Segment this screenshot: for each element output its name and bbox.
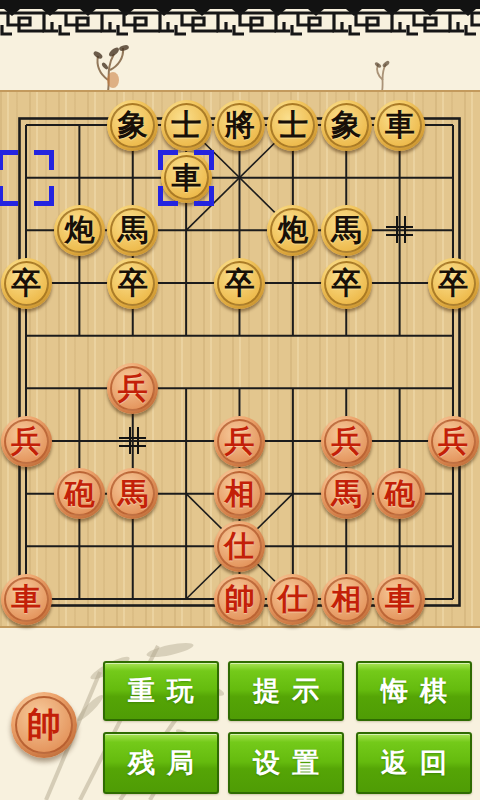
piece-red-horse[interactable]: 馬 [321,468,372,519]
piece-black-soldier[interactable]: 卒 [321,258,372,309]
piece-character: 馬 [324,471,369,516]
piece-character: 馬 [110,208,155,253]
piece-black-advisor[interactable]: 士 [267,100,318,151]
piece-character: 卒 [217,261,262,306]
piece-red-advisor[interactable]: 仕 [267,574,318,625]
piece-character: 仕 [270,577,315,622]
plant-decoration-left [80,40,138,92]
piece-character: 兵 [4,419,49,464]
last-move-cross-marker [387,217,413,243]
piece-character: 兵 [324,419,369,464]
piece-character: 士 [270,103,315,148]
piece-black-general[interactable]: 將 [214,100,265,151]
back-button-label: 返回 [381,745,459,781]
undo-button-label: 悔棋 [381,673,459,709]
endgame-button[interactable]: 残局 [103,732,219,794]
piece-character: 象 [110,103,155,148]
piece-character: 車 [377,577,422,622]
piece-character: 砲 [57,471,102,516]
app-logo-general-piece: 帥 [11,692,77,758]
back-button[interactable]: 返回 [356,732,472,794]
piece-red-rook[interactable]: 車 [374,574,425,625]
replay-button[interactable]: 重玩 [103,661,219,721]
logo-character: 帥 [15,696,73,754]
piece-red-cannon[interactable]: 砲 [54,468,105,519]
piece-character: 象 [324,103,369,148]
piece-red-general[interactable]: 帥 [214,574,265,625]
piece-character: 馬 [110,471,155,516]
piece-red-elephant[interactable]: 相 [321,574,372,625]
piece-character: 卒 [110,261,155,306]
hint-button[interactable]: 提示 [228,661,344,721]
piece-character: 兵 [431,419,476,464]
piece-character: 砲 [377,471,422,516]
xiangqi-board[interactable]: 象士將士象車車炮馬炮馬卒卒卒卒卒兵兵兵兵兵砲馬相馬砲仕車帥仕相車 [0,90,480,628]
piece-black-soldier[interactable]: 卒 [107,258,158,309]
piece-black-rook[interactable]: 車 [374,100,425,151]
piece-black-horse[interactable]: 馬 [321,205,372,256]
replay-button-label: 重玩 [128,673,206,709]
piece-black-horse[interactable]: 馬 [107,205,158,256]
piece-red-soldier[interactable]: 兵 [214,416,265,467]
piece-black-elephant[interactable]: 象 [107,100,158,151]
plant-decoration-right [368,58,400,92]
piece-character: 相 [217,471,262,516]
piece-red-rook[interactable]: 車 [1,574,52,625]
piece-character: 卒 [431,261,476,306]
hint-button-label: 提示 [253,673,331,709]
settings-button-label: 设置 [253,745,331,781]
piece-red-cannon[interactable]: 砲 [374,468,425,519]
piece-character: 馬 [324,208,369,253]
piece-character: 兵 [217,419,262,464]
settings-button[interactable]: 设置 [228,732,344,794]
piece-character: 帥 [217,577,262,622]
piece-character: 卒 [4,261,49,306]
piece-red-soldier[interactable]: 兵 [428,416,479,467]
last-move-cross-marker [120,428,146,454]
piece-black-cannon[interactable]: 炮 [54,205,105,256]
lattice-border [0,0,480,46]
piece-black-soldier[interactable]: 卒 [214,258,265,309]
piece-red-soldier[interactable]: 兵 [321,416,372,467]
piece-character: 卒 [324,261,369,306]
piece-character: 兵 [110,366,155,411]
xiangqi-app: { "game": "xiangqi", "position": { "fen"… [0,0,480,800]
piece-character: 車 [377,103,422,148]
piece-character: 車 [4,577,49,622]
piece-black-soldier[interactable]: 卒 [1,258,52,309]
piece-black-advisor[interactable]: 士 [161,100,212,151]
piece-red-advisor[interactable]: 仕 [214,521,265,572]
piece-character: 士 [164,103,209,148]
piece-character: 炮 [270,208,315,253]
endgame-button-label: 残局 [128,745,206,781]
piece-red-soldier[interactable]: 兵 [1,416,52,467]
piece-character: 炮 [57,208,102,253]
piece-character: 車 [164,155,209,200]
piece-black-soldier[interactable]: 卒 [428,258,479,309]
piece-character: 相 [324,577,369,622]
piece-red-soldier[interactable]: 兵 [107,363,158,414]
piece-black-elephant[interactable]: 象 [321,100,372,151]
piece-black-rook[interactable]: 車 [161,152,212,203]
piece-character: 將 [217,103,262,148]
piece-red-elephant[interactable]: 相 [214,468,265,519]
piece-black-cannon[interactable]: 炮 [267,205,318,256]
piece-character: 仕 [217,524,262,569]
undo-button[interactable]: 悔棋 [356,661,472,721]
